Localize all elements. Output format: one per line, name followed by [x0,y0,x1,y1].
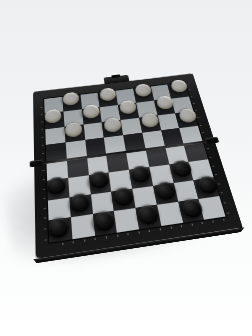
board-grid [44,83,225,243]
black-checker-piece[interactable] [113,187,134,207]
black-checker-piece[interactable] [47,176,66,195]
photo-background [0,0,252,336]
white-checker-piece[interactable] [65,122,83,138]
board-square[interactable] [129,167,153,188]
board-square[interactable] [118,103,139,120]
black-checker-piece[interactable] [70,193,90,213]
white-checker-piece[interactable] [103,117,122,133]
board-square[interactable] [139,115,161,133]
white-checker-piece[interactable] [178,108,198,123]
perspective-wrapper [20,46,232,258]
clasp-tab [104,75,130,85]
board-square[interactable] [82,107,102,124]
board-square[interactable] [47,178,69,200]
board-square[interactable] [169,162,194,183]
checkers-board [33,73,243,259]
white-checker-piece[interactable] [45,109,62,124]
board-square[interactable] [93,211,118,236]
black-checker-piece[interactable] [49,216,70,238]
hinge-tab-right [205,136,219,143]
hinge-tab-left [30,159,44,167]
board-square[interactable] [49,217,73,242]
board-square[interactable] [71,214,95,239]
board-square[interactable] [199,196,226,220]
white-checker-piece[interactable] [63,92,80,106]
board-square[interactable] [69,194,92,217]
board-square[interactable] [154,98,176,115]
black-checker-piece[interactable] [89,171,109,190]
black-checker-piece[interactable] [196,175,219,194]
white-checker-piece[interactable] [82,104,100,119]
black-checker-piece[interactable] [94,210,116,232]
white-checker-piece[interactable] [170,80,189,94]
black-checker-piece[interactable] [138,204,160,225]
board-square[interactable] [64,124,85,142]
black-checker-piece[interactable] [131,165,152,184]
white-checker-piece[interactable] [99,88,116,102]
